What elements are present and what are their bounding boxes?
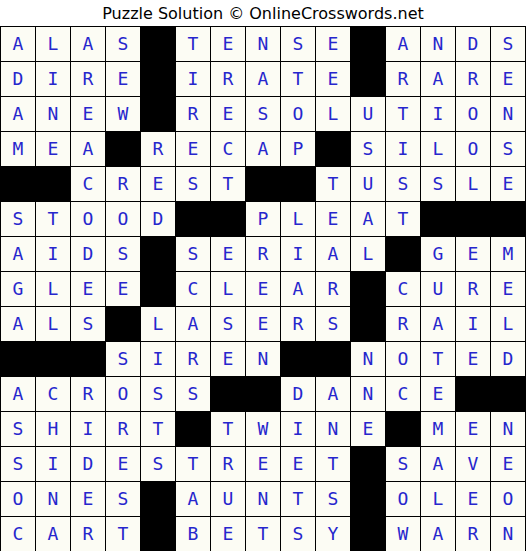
letter-cell-r13c10: T bbox=[316, 447, 351, 482]
letter-cell-r6c12: T bbox=[386, 202, 421, 237]
letter-cell-r10c13: T bbox=[421, 342, 456, 377]
letter-cell-r8c3: E bbox=[71, 272, 106, 307]
block-cell-r15c5 bbox=[141, 517, 176, 551]
letter-cell-r5c12: S bbox=[386, 167, 421, 202]
letter-cell-r2c10: E bbox=[316, 62, 351, 97]
letter-cell-r6c11: A bbox=[351, 202, 386, 237]
letter-cell-r14c6: A bbox=[176, 482, 211, 517]
letter-cell-r11c11: N bbox=[351, 377, 386, 412]
block-cell-r4c4 bbox=[106, 132, 141, 167]
letter-cell-r12c10: N bbox=[316, 412, 351, 447]
block-cell-r5c9 bbox=[281, 167, 316, 202]
letter-cell-r4c11: S bbox=[351, 132, 386, 167]
crossword-board: ALASTENSEANDSDIREIRATERAREANEWRESOLUTION… bbox=[0, 26, 526, 551]
letter-cell-r1c7: E bbox=[211, 27, 246, 62]
letter-cell-r1c9: S bbox=[281, 27, 316, 62]
letter-cell-r9c15: L bbox=[491, 307, 526, 342]
letter-cell-r15c15: N bbox=[491, 517, 526, 551]
letter-cell-r14c4: S bbox=[106, 482, 141, 517]
letter-cell-r15c12: W bbox=[386, 517, 421, 551]
letter-cell-r8c7: L bbox=[211, 272, 246, 307]
block-cell-r6c14 bbox=[456, 202, 491, 237]
block-cell-r5c8 bbox=[246, 167, 281, 202]
letter-cell-r10c14: E bbox=[456, 342, 491, 377]
letter-cell-r14c12: O bbox=[386, 482, 421, 517]
letter-cell-r6c1: S bbox=[1, 202, 36, 237]
block-cell-r6c15 bbox=[491, 202, 526, 237]
letter-cell-r13c4: E bbox=[106, 447, 141, 482]
letter-cell-r11c12: C bbox=[386, 377, 421, 412]
letter-cell-r2c15: E bbox=[491, 62, 526, 97]
letter-cell-r2c13: A bbox=[421, 62, 456, 97]
letter-cell-r2c14: R bbox=[456, 62, 491, 97]
letter-cell-r9c12: R bbox=[386, 307, 421, 342]
letter-cell-r13c7: R bbox=[211, 447, 246, 482]
letter-cell-r9c8: E bbox=[246, 307, 281, 342]
letter-cell-r4c12: I bbox=[386, 132, 421, 167]
letter-cell-r14c1: O bbox=[1, 482, 36, 517]
letter-cell-r2c6: I bbox=[176, 62, 211, 97]
letter-cell-r4c6: E bbox=[176, 132, 211, 167]
letter-cell-r15c6: B bbox=[176, 517, 211, 551]
letter-cell-r8c14: R bbox=[456, 272, 491, 307]
letter-cell-r13c15: E bbox=[491, 447, 526, 482]
letter-cell-r9c5: L bbox=[141, 307, 176, 342]
letter-cell-r9c2: L bbox=[36, 307, 71, 342]
letter-cell-r10c5: I bbox=[141, 342, 176, 377]
letter-cell-r15c10: Y bbox=[316, 517, 351, 551]
letter-cell-r7c3: D bbox=[71, 237, 106, 272]
letter-cell-r11c4: O bbox=[106, 377, 141, 412]
letter-cell-r9c10: S bbox=[316, 307, 351, 342]
letter-cell-r15c9: S bbox=[281, 517, 316, 551]
block-cell-r10c10 bbox=[316, 342, 351, 377]
letter-cell-r12c3: I bbox=[71, 412, 106, 447]
block-cell-r12c12 bbox=[386, 412, 421, 447]
letter-cell-r11c5: S bbox=[141, 377, 176, 412]
letter-cell-r3c3: E bbox=[71, 97, 106, 132]
letter-cell-r8c9: A bbox=[281, 272, 316, 307]
letter-cell-r8c10: R bbox=[316, 272, 351, 307]
letter-cell-r9c6: A bbox=[176, 307, 211, 342]
letter-cell-r6c9: L bbox=[281, 202, 316, 237]
letter-cell-r8c1: G bbox=[1, 272, 36, 307]
letter-cell-r14c3: E bbox=[71, 482, 106, 517]
block-cell-r1c11 bbox=[351, 27, 386, 62]
letter-cell-r12c9: I bbox=[281, 412, 316, 447]
letter-cell-r15c2: A bbox=[36, 517, 71, 551]
letter-cell-r5c11: U bbox=[351, 167, 386, 202]
letter-cell-r2c1: D bbox=[1, 62, 36, 97]
letter-cell-r14c2: N bbox=[36, 482, 71, 517]
letter-cell-r13c14: V bbox=[456, 447, 491, 482]
letter-cell-r1c3: A bbox=[71, 27, 106, 62]
letter-cell-r1c12: A bbox=[386, 27, 421, 62]
letter-cell-r13c5: S bbox=[141, 447, 176, 482]
block-cell-r7c12 bbox=[386, 237, 421, 272]
letter-cell-r3c10: L bbox=[316, 97, 351, 132]
letter-cell-r14c7: U bbox=[211, 482, 246, 517]
letter-cell-r9c7: S bbox=[211, 307, 246, 342]
letter-cell-r1c1: A bbox=[1, 27, 36, 62]
block-cell-r1c5 bbox=[141, 27, 176, 62]
block-cell-r11c14 bbox=[456, 377, 491, 412]
letter-cell-r13c1: S bbox=[1, 447, 36, 482]
block-cell-r6c13 bbox=[421, 202, 456, 237]
letter-cell-r2c7: R bbox=[211, 62, 246, 97]
letter-cell-r10c15: D bbox=[491, 342, 526, 377]
block-cell-r6c6 bbox=[176, 202, 211, 237]
block-cell-r2c5 bbox=[141, 62, 176, 97]
letter-cell-r3c7: E bbox=[211, 97, 246, 132]
letter-cell-r9c9: R bbox=[281, 307, 316, 342]
block-cell-r10c2 bbox=[36, 342, 71, 377]
letter-cell-r7c4: S bbox=[106, 237, 141, 272]
block-cell-r9c4 bbox=[106, 307, 141, 342]
letter-cell-r9c3: S bbox=[71, 307, 106, 342]
block-cell-r2c11 bbox=[351, 62, 386, 97]
letter-cell-r11c9: D bbox=[281, 377, 316, 412]
letter-cell-r3c14: O bbox=[456, 97, 491, 132]
letter-cell-r11c13: E bbox=[421, 377, 456, 412]
letter-cell-r15c1: C bbox=[1, 517, 36, 551]
letter-cell-r14c15: O bbox=[491, 482, 526, 517]
letter-cell-r4c2: E bbox=[36, 132, 71, 167]
letter-cell-r8c15: E bbox=[491, 272, 526, 307]
letter-cell-r9c13: A bbox=[421, 307, 456, 342]
letter-cell-r8c6: C bbox=[176, 272, 211, 307]
letter-cell-r4c9: P bbox=[281, 132, 316, 167]
letter-cell-r7c6: S bbox=[176, 237, 211, 272]
letter-cell-r13c8: E bbox=[246, 447, 281, 482]
letter-cell-r8c2: L bbox=[36, 272, 71, 307]
letter-cell-r12c8: W bbox=[246, 412, 281, 447]
letter-cell-r1c4: S bbox=[106, 27, 141, 62]
letter-cell-r15c4: T bbox=[106, 517, 141, 551]
block-cell-r10c9 bbox=[281, 342, 316, 377]
letter-cell-r6c4: O bbox=[106, 202, 141, 237]
letter-cell-r11c3: R bbox=[71, 377, 106, 412]
letter-cell-r12c2: H bbox=[36, 412, 71, 447]
letter-cell-r6c10: E bbox=[316, 202, 351, 237]
letter-cell-r5c6: S bbox=[176, 167, 211, 202]
letter-cell-r8c8: E bbox=[246, 272, 281, 307]
letter-cell-r11c10: A bbox=[316, 377, 351, 412]
letter-cell-r5c5: E bbox=[141, 167, 176, 202]
block-cell-r13c11 bbox=[351, 447, 386, 482]
letter-cell-r12c15: N bbox=[491, 412, 526, 447]
letter-cell-r1c10: E bbox=[316, 27, 351, 62]
letter-cell-r10c8: N bbox=[246, 342, 281, 377]
letter-cell-r2c8: A bbox=[246, 62, 281, 97]
letter-cell-r1c13: N bbox=[421, 27, 456, 62]
letter-cell-r15c14: R bbox=[456, 517, 491, 551]
letter-cell-r2c3: R bbox=[71, 62, 106, 97]
block-cell-r3c5 bbox=[141, 97, 176, 132]
letter-cell-r5c4: R bbox=[106, 167, 141, 202]
letter-cell-r6c3: O bbox=[71, 202, 106, 237]
block-cell-r8c5 bbox=[141, 272, 176, 307]
letter-cell-r15c13: A bbox=[421, 517, 456, 551]
letter-cell-r4c8: A bbox=[246, 132, 281, 167]
letter-cell-r10c12: O bbox=[386, 342, 421, 377]
block-cell-r8c11 bbox=[351, 272, 386, 307]
letter-cell-r4c15: S bbox=[491, 132, 526, 167]
letter-cell-r3c13: I bbox=[421, 97, 456, 132]
letter-cell-r4c5: R bbox=[141, 132, 176, 167]
block-cell-r11c8 bbox=[246, 377, 281, 412]
block-cell-r9c11 bbox=[351, 307, 386, 342]
letter-cell-r12c11: E bbox=[351, 412, 386, 447]
letter-cell-r12c4: R bbox=[106, 412, 141, 447]
letter-cell-r11c1: A bbox=[1, 377, 36, 412]
letter-cell-r14c9: T bbox=[281, 482, 316, 517]
letter-cell-r10c4: S bbox=[106, 342, 141, 377]
block-cell-r15c11 bbox=[351, 517, 386, 551]
block-cell-r14c5 bbox=[141, 482, 176, 517]
letter-cell-r5c15: E bbox=[491, 167, 526, 202]
letter-cell-r9c14: I bbox=[456, 307, 491, 342]
letter-cell-r8c4: E bbox=[106, 272, 141, 307]
letter-cell-r9c1: A bbox=[1, 307, 36, 342]
letter-cell-r7c10: A bbox=[316, 237, 351, 272]
letter-cell-r2c4: E bbox=[106, 62, 141, 97]
letter-cell-r4c7: C bbox=[211, 132, 246, 167]
letter-cell-r5c10: T bbox=[316, 167, 351, 202]
letter-cell-r4c13: L bbox=[421, 132, 456, 167]
letter-cell-r14c8: N bbox=[246, 482, 281, 517]
letter-cell-r7c2: I bbox=[36, 237, 71, 272]
letter-cell-r7c11: L bbox=[351, 237, 386, 272]
letter-cell-r10c11: N bbox=[351, 342, 386, 377]
letter-cell-r13c12: S bbox=[386, 447, 421, 482]
letter-cell-r7c15: M bbox=[491, 237, 526, 272]
letter-cell-r7c9: I bbox=[281, 237, 316, 272]
letter-cell-r4c1: M bbox=[1, 132, 36, 167]
letter-cell-r2c9: T bbox=[281, 62, 316, 97]
letter-cell-r7c1: A bbox=[1, 237, 36, 272]
letter-cell-r1c2: L bbox=[36, 27, 71, 62]
letter-cell-r12c14: E bbox=[456, 412, 491, 447]
block-cell-r7c5 bbox=[141, 237, 176, 272]
letter-cell-r13c13: A bbox=[421, 447, 456, 482]
letter-cell-r14c14: E bbox=[456, 482, 491, 517]
page-title: Puzzle Solution © OnlineCrosswords.net bbox=[0, 0, 526, 26]
block-cell-r5c1 bbox=[1, 167, 36, 202]
letter-cell-r13c2: I bbox=[36, 447, 71, 482]
letter-cell-r3c2: N bbox=[36, 97, 71, 132]
letter-cell-r1c15: S bbox=[491, 27, 526, 62]
letter-cell-r5c14: L bbox=[456, 167, 491, 202]
letter-cell-r13c3: D bbox=[71, 447, 106, 482]
letter-cell-r15c3: R bbox=[71, 517, 106, 551]
block-cell-r6c7 bbox=[211, 202, 246, 237]
letter-cell-r13c6: T bbox=[176, 447, 211, 482]
letter-cell-r3c11: U bbox=[351, 97, 386, 132]
crossword-solution-page: Puzzle Solution © OnlineCrosswords.net A… bbox=[0, 0, 526, 551]
letter-cell-r7c14: E bbox=[456, 237, 491, 272]
letter-cell-r15c8: T bbox=[246, 517, 281, 551]
letter-cell-r1c8: N bbox=[246, 27, 281, 62]
letter-cell-r11c2: C bbox=[36, 377, 71, 412]
letter-cell-r4c3: A bbox=[71, 132, 106, 167]
letter-cell-r3c6: R bbox=[176, 97, 211, 132]
letter-cell-r8c12: C bbox=[386, 272, 421, 307]
letter-cell-r5c7: T bbox=[211, 167, 246, 202]
letter-cell-r5c13: S bbox=[421, 167, 456, 202]
letter-cell-r12c13: M bbox=[421, 412, 456, 447]
letter-cell-r2c2: I bbox=[36, 62, 71, 97]
letter-cell-r7c13: G bbox=[421, 237, 456, 272]
block-cell-r10c3 bbox=[71, 342, 106, 377]
letter-cell-r7c8: R bbox=[246, 237, 281, 272]
letter-cell-r6c8: P bbox=[246, 202, 281, 237]
block-cell-r5c2 bbox=[36, 167, 71, 202]
letter-cell-r12c7: T bbox=[211, 412, 246, 447]
block-cell-r11c7 bbox=[211, 377, 246, 412]
letter-cell-r14c10: S bbox=[316, 482, 351, 517]
letter-cell-r7c7: E bbox=[211, 237, 246, 272]
letter-cell-r3c4: W bbox=[106, 97, 141, 132]
letter-cell-r12c5: T bbox=[141, 412, 176, 447]
letter-cell-r11c6: S bbox=[176, 377, 211, 412]
letter-cell-r3c9: O bbox=[281, 97, 316, 132]
letter-cell-r10c7: E bbox=[211, 342, 246, 377]
letter-cell-r6c5: D bbox=[141, 202, 176, 237]
letter-cell-r1c14: D bbox=[456, 27, 491, 62]
block-cell-r12c6 bbox=[176, 412, 211, 447]
letter-cell-r13c9: E bbox=[281, 447, 316, 482]
letter-cell-r3c15: N bbox=[491, 97, 526, 132]
letter-cell-r3c8: S bbox=[246, 97, 281, 132]
letter-cell-r2c12: R bbox=[386, 62, 421, 97]
letter-cell-r3c1: A bbox=[1, 97, 36, 132]
letter-cell-r12c1: S bbox=[1, 412, 36, 447]
letter-cell-r4c14: O bbox=[456, 132, 491, 167]
block-cell-r10c1 bbox=[1, 342, 36, 377]
letter-cell-r6c2: T bbox=[36, 202, 71, 237]
letter-cell-r14c13: L bbox=[421, 482, 456, 517]
block-cell-r14c11 bbox=[351, 482, 386, 517]
letter-cell-r5c3: C bbox=[71, 167, 106, 202]
letter-cell-r3c12: T bbox=[386, 97, 421, 132]
letter-cell-r15c7: E bbox=[211, 517, 246, 551]
letter-cell-r8c13: U bbox=[421, 272, 456, 307]
block-cell-r11c15 bbox=[491, 377, 526, 412]
letter-cell-r10c6: R bbox=[176, 342, 211, 377]
letter-cell-r1c6: T bbox=[176, 27, 211, 62]
block-cell-r4c10 bbox=[316, 132, 351, 167]
